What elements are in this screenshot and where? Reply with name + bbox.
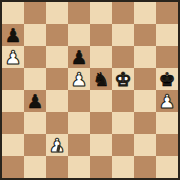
square-h8[interactable] [156,2,178,24]
square-f6[interactable] [112,46,134,68]
square-c5[interactable] [46,68,68,90]
square-g2[interactable] [134,134,156,156]
square-b1[interactable] [24,156,46,178]
square-c4[interactable] [46,90,68,112]
square-c3[interactable] [46,112,68,134]
square-h6[interactable] [156,46,178,68]
black-pawn[interactable]: ♟ [2,24,24,46]
square-b6[interactable] [24,46,46,68]
square-d3[interactable] [68,112,90,134]
square-a5[interactable] [2,68,24,90]
square-g6[interactable] [134,46,156,68]
square-a6[interactable]: ♟ [2,46,24,68]
square-e7[interactable] [90,24,112,46]
square-h5[interactable]: ♚ [156,68,178,90]
square-e2[interactable] [90,134,112,156]
square-h7[interactable] [156,24,178,46]
square-f2[interactable] [112,134,134,156]
white-king[interactable]: ♚ [112,68,134,90]
square-a2[interactable] [2,134,24,156]
square-g5[interactable] [134,68,156,90]
square-h1[interactable] [156,156,178,178]
square-c1[interactable] [46,156,68,178]
square-e4[interactable] [90,90,112,112]
square-f7[interactable] [112,24,134,46]
square-c2[interactable]: ♟ [46,134,68,156]
square-g7[interactable] [134,24,156,46]
white-pawn[interactable]: ♟ [68,68,90,90]
black-pawn[interactable]: ♟ [24,90,46,112]
square-c6[interactable] [46,46,68,68]
square-b7[interactable] [24,24,46,46]
square-d8[interactable] [68,2,90,24]
black-pawn[interactable]: ♟ [68,46,90,68]
square-d5[interactable]: ♟ [68,68,90,90]
square-h2[interactable] [156,134,178,156]
square-e8[interactable] [90,2,112,24]
square-d7[interactable] [68,24,90,46]
square-f8[interactable] [112,2,134,24]
square-a7[interactable]: ♟ [2,24,24,46]
square-g4[interactable] [134,90,156,112]
square-f5[interactable]: ♚ [112,68,134,90]
square-h3[interactable] [156,112,178,134]
square-e6[interactable] [90,46,112,68]
square-e3[interactable] [90,112,112,134]
square-d1[interactable] [68,156,90,178]
square-b8[interactable] [24,2,46,24]
square-d2[interactable] [68,134,90,156]
square-h4[interactable]: ♟ [156,90,178,112]
square-b5[interactable] [24,68,46,90]
square-b2[interactable] [24,134,46,156]
square-a3[interactable] [2,112,24,134]
white-pawn[interactable]: ♟ [2,46,24,68]
square-a8[interactable] [2,2,24,24]
square-a1[interactable] [2,156,24,178]
black-king[interactable]: ♚ [156,68,178,90]
square-f4[interactable] [112,90,134,112]
white-pawn[interactable]: ♟ [156,90,178,112]
square-b4[interactable]: ♟ [24,90,46,112]
square-b3[interactable] [24,112,46,134]
square-g1[interactable] [134,156,156,178]
square-g8[interactable] [134,2,156,24]
black-knight[interactable]: ♞ [90,68,112,90]
square-a4[interactable] [2,90,24,112]
square-f3[interactable] [112,112,134,134]
square-d4[interactable] [68,90,90,112]
chess-board: ♟♟♟♟♞♚♚♟♟♟ [0,0,180,180]
square-c8[interactable] [46,2,68,24]
square-f1[interactable] [112,156,134,178]
white-pawn[interactable]: ♟ [46,134,68,156]
square-g3[interactable] [134,112,156,134]
square-e5[interactable]: ♞ [90,68,112,90]
square-e1[interactable] [90,156,112,178]
square-c7[interactable] [46,24,68,46]
square-d6[interactable]: ♟ [68,46,90,68]
